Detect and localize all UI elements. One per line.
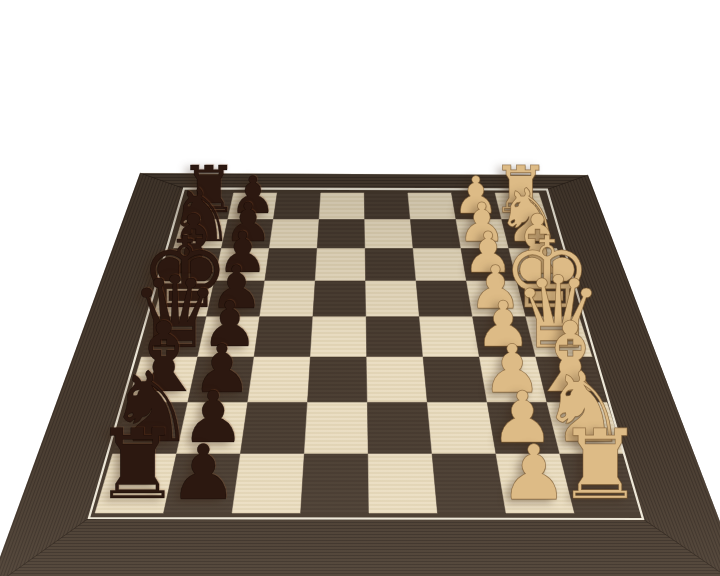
- light-falloff: [0, 173, 720, 576]
- chess-board: [0, 0, 720, 576]
- chess-set-photo: ♜♞♝♛♚♝♞♜♟♟♟♟♟♟♟♟♟♟♟♟♟♟♟♟♜♞♝♛♚♝♞♜: [0, 0, 720, 576]
- lighting-overlay: [0, 173, 720, 576]
